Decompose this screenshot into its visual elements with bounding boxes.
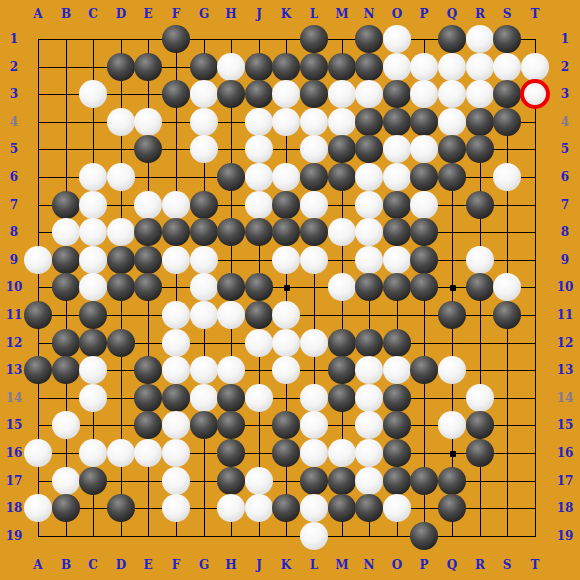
column-label-top: C xyxy=(84,7,102,21)
star-point xyxy=(450,451,456,457)
white-stone[interactable] xyxy=(52,467,80,495)
black-stone[interactable] xyxy=(410,467,438,495)
black-stone[interactable] xyxy=(134,356,162,384)
white-stone[interactable] xyxy=(466,80,494,108)
white-stone[interactable] xyxy=(190,301,218,329)
black-stone[interactable] xyxy=(217,163,245,191)
row-label-right: 14 xyxy=(552,391,578,405)
row-label-left: 17 xyxy=(1,474,27,488)
black-stone[interactable] xyxy=(466,135,494,163)
white-stone[interactable] xyxy=(272,108,300,136)
black-stone[interactable] xyxy=(52,273,80,301)
row-label-right: 10 xyxy=(552,280,578,294)
column-label-top: H xyxy=(222,7,240,21)
black-stone[interactable] xyxy=(300,80,328,108)
white-stone[interactable] xyxy=(79,191,107,219)
black-stone[interactable] xyxy=(328,356,356,384)
black-stone[interactable] xyxy=(300,218,328,246)
black-stone[interactable] xyxy=(355,494,383,522)
black-stone[interactable] xyxy=(328,329,356,357)
black-stone[interactable] xyxy=(52,329,80,357)
black-stone[interactable] xyxy=(466,411,494,439)
column-label-top: M xyxy=(333,7,351,21)
white-stone[interactable] xyxy=(355,218,383,246)
black-stone[interactable] xyxy=(245,80,273,108)
black-stone[interactable] xyxy=(383,411,411,439)
black-stone[interactable] xyxy=(466,108,494,136)
white-stone[interactable] xyxy=(466,53,494,81)
column-label-top: E xyxy=(139,7,157,21)
white-stone[interactable] xyxy=(24,494,52,522)
white-stone[interactable] xyxy=(355,80,383,108)
white-stone[interactable] xyxy=(355,191,383,219)
white-stone[interactable] xyxy=(107,439,135,467)
grid-horizontal-line xyxy=(38,536,536,537)
column-label-bottom: R xyxy=(471,558,489,572)
column-label-bottom: B xyxy=(57,558,75,572)
black-stone[interactable] xyxy=(328,384,356,412)
white-stone[interactable] xyxy=(521,53,549,81)
black-stone[interactable] xyxy=(134,53,162,81)
white-stone[interactable] xyxy=(300,191,328,219)
black-stone[interactable] xyxy=(383,80,411,108)
white-stone[interactable] xyxy=(245,494,273,522)
white-stone[interactable] xyxy=(272,246,300,274)
white-stone[interactable] xyxy=(383,25,411,53)
white-stone[interactable] xyxy=(107,218,135,246)
row-label-left: 12 xyxy=(1,336,27,350)
white-stone[interactable] xyxy=(162,467,190,495)
white-stone[interactable] xyxy=(190,108,218,136)
black-stone[interactable] xyxy=(272,494,300,522)
black-stone[interactable] xyxy=(328,135,356,163)
white-stone[interactable] xyxy=(245,163,273,191)
black-stone[interactable] xyxy=(355,135,383,163)
black-stone[interactable] xyxy=(190,411,218,439)
white-stone[interactable] xyxy=(162,356,190,384)
column-label-bottom: S xyxy=(498,558,516,572)
black-stone[interactable] xyxy=(438,494,466,522)
row-label-right: 8 xyxy=(552,225,578,239)
white-stone[interactable] xyxy=(190,80,218,108)
row-label-right: 13 xyxy=(552,363,578,377)
white-stone[interactable] xyxy=(438,108,466,136)
white-stone[interactable] xyxy=(300,494,328,522)
white-stone[interactable] xyxy=(79,163,107,191)
row-label-right: 6 xyxy=(552,170,578,184)
white-stone[interactable] xyxy=(52,411,80,439)
black-stone[interactable] xyxy=(410,273,438,301)
row-label-left: 19 xyxy=(1,529,27,543)
white-stone[interactable] xyxy=(355,384,383,412)
black-stone[interactable] xyxy=(355,108,383,136)
white-stone[interactable] xyxy=(162,494,190,522)
black-stone[interactable] xyxy=(355,25,383,53)
black-stone[interactable] xyxy=(328,53,356,81)
column-label-bottom: D xyxy=(112,558,130,572)
black-stone[interactable] xyxy=(134,411,162,439)
black-stone[interactable] xyxy=(24,356,52,384)
column-label-bottom: K xyxy=(277,558,295,572)
black-stone[interactable] xyxy=(493,80,521,108)
black-stone[interactable] xyxy=(328,467,356,495)
black-stone[interactable] xyxy=(438,163,466,191)
black-stone[interactable] xyxy=(355,329,383,357)
row-label-left: 2 xyxy=(1,60,27,74)
black-stone[interactable] xyxy=(217,411,245,439)
row-label-right: 7 xyxy=(552,198,578,212)
column-label-top: T xyxy=(526,7,544,21)
black-stone[interactable] xyxy=(410,356,438,384)
row-label-left: 1 xyxy=(1,32,27,46)
white-stone[interactable] xyxy=(107,163,135,191)
white-stone[interactable] xyxy=(190,273,218,301)
white-stone[interactable] xyxy=(245,467,273,495)
black-stone[interactable] xyxy=(24,301,52,329)
white-stone[interactable] xyxy=(300,329,328,357)
white-stone[interactable] xyxy=(410,80,438,108)
column-label-bottom: O xyxy=(388,558,406,572)
white-stone[interactable] xyxy=(79,384,107,412)
white-stone[interactable] xyxy=(162,191,190,219)
black-stone[interactable] xyxy=(272,53,300,81)
black-stone[interactable] xyxy=(493,108,521,136)
white-stone[interactable] xyxy=(438,80,466,108)
black-stone[interactable] xyxy=(355,53,383,81)
white-stone[interactable] xyxy=(79,246,107,274)
black-stone[interactable] xyxy=(162,80,190,108)
black-stone[interactable] xyxy=(383,191,411,219)
column-label-top: P xyxy=(415,7,433,21)
white-stone[interactable] xyxy=(134,108,162,136)
row-label-right: 4 xyxy=(552,115,578,129)
black-stone[interactable] xyxy=(328,163,356,191)
black-stone[interactable] xyxy=(245,53,273,81)
black-stone[interactable] xyxy=(79,329,107,357)
white-stone[interactable] xyxy=(383,494,411,522)
last-move-stone-marked[interactable] xyxy=(520,79,550,109)
white-stone[interactable] xyxy=(190,384,218,412)
black-stone[interactable] xyxy=(162,218,190,246)
black-stone[interactable] xyxy=(466,191,494,219)
black-stone[interactable] xyxy=(134,218,162,246)
white-stone[interactable] xyxy=(162,439,190,467)
white-stone[interactable] xyxy=(217,53,245,81)
black-stone[interactable] xyxy=(52,191,80,219)
black-stone[interactable] xyxy=(272,439,300,467)
black-stone[interactable] xyxy=(217,273,245,301)
white-stone[interactable] xyxy=(245,384,273,412)
column-label-top: L xyxy=(305,7,323,21)
white-stone[interactable] xyxy=(300,522,328,550)
white-stone[interactable] xyxy=(383,135,411,163)
white-stone[interactable] xyxy=(328,273,356,301)
black-stone[interactable] xyxy=(52,356,80,384)
black-stone[interactable] xyxy=(79,467,107,495)
column-label-bottom: P xyxy=(415,558,433,572)
black-stone[interactable] xyxy=(107,246,135,274)
column-label-bottom: G xyxy=(195,558,213,572)
row-label-right: 2 xyxy=(552,60,578,74)
grid-horizontal-line xyxy=(38,398,536,399)
black-stone[interactable] xyxy=(328,494,356,522)
black-stone[interactable] xyxy=(245,301,273,329)
row-label-left: 14 xyxy=(1,391,27,405)
column-label-top: N xyxy=(360,7,378,21)
black-stone[interactable] xyxy=(134,135,162,163)
black-stone[interactable] xyxy=(466,439,494,467)
column-label-bottom: C xyxy=(84,558,102,572)
white-stone[interactable] xyxy=(245,191,273,219)
row-label-left: 4 xyxy=(1,115,27,129)
white-stone[interactable] xyxy=(438,411,466,439)
column-label-top: F xyxy=(167,7,185,21)
white-stone[interactable] xyxy=(355,246,383,274)
black-stone[interactable] xyxy=(383,329,411,357)
column-label-top: O xyxy=(388,7,406,21)
white-stone[interactable] xyxy=(24,246,52,274)
white-stone[interactable] xyxy=(466,246,494,274)
black-stone[interactable] xyxy=(162,384,190,412)
white-stone[interactable] xyxy=(328,80,356,108)
black-stone[interactable] xyxy=(300,53,328,81)
column-label-bottom: M xyxy=(333,558,351,572)
row-label-left: 5 xyxy=(1,142,27,156)
row-label-right: 17 xyxy=(552,474,578,488)
black-stone[interactable] xyxy=(190,191,218,219)
row-label-right: 15 xyxy=(552,418,578,432)
black-stone[interactable] xyxy=(107,273,135,301)
white-stone[interactable] xyxy=(190,135,218,163)
white-stone[interactable] xyxy=(24,439,52,467)
black-stone[interactable] xyxy=(383,467,411,495)
white-stone[interactable] xyxy=(383,53,411,81)
white-stone[interactable] xyxy=(217,356,245,384)
white-stone[interactable] xyxy=(355,467,383,495)
black-stone[interactable] xyxy=(52,494,80,522)
column-label-top: Q xyxy=(443,7,461,21)
white-stone[interactable] xyxy=(493,273,521,301)
white-stone[interactable] xyxy=(438,356,466,384)
black-stone[interactable] xyxy=(383,218,411,246)
white-stone[interactable] xyxy=(300,246,328,274)
black-stone[interactable] xyxy=(383,439,411,467)
column-label-bottom: J xyxy=(250,558,268,572)
row-label-right: 3 xyxy=(552,87,578,101)
white-stone[interactable] xyxy=(328,218,356,246)
black-stone[interactable] xyxy=(410,163,438,191)
black-stone[interactable] xyxy=(190,53,218,81)
black-stone[interactable] xyxy=(300,467,328,495)
white-stone[interactable] xyxy=(162,329,190,357)
column-label-top: D xyxy=(112,7,130,21)
white-stone[interactable] xyxy=(217,494,245,522)
black-stone[interactable] xyxy=(300,163,328,191)
white-stone[interactable] xyxy=(383,246,411,274)
row-label-right: 18 xyxy=(552,501,578,515)
black-stone[interactable] xyxy=(438,25,466,53)
white-stone[interactable] xyxy=(245,108,273,136)
black-stone[interactable] xyxy=(107,53,135,81)
column-label-top: B xyxy=(57,7,75,21)
white-stone[interactable] xyxy=(328,439,356,467)
white-stone[interactable] xyxy=(438,53,466,81)
white-stone[interactable] xyxy=(272,301,300,329)
white-stone[interactable] xyxy=(300,384,328,412)
black-stone[interactable] xyxy=(134,273,162,301)
white-stone[interactable] xyxy=(355,411,383,439)
black-stone[interactable] xyxy=(134,384,162,412)
white-stone[interactable] xyxy=(134,191,162,219)
column-label-bottom: N xyxy=(360,558,378,572)
black-stone[interactable] xyxy=(383,384,411,412)
white-stone[interactable] xyxy=(217,301,245,329)
black-stone[interactable] xyxy=(245,218,273,246)
black-stone[interactable] xyxy=(217,80,245,108)
column-label-top: G xyxy=(195,7,213,21)
white-stone[interactable] xyxy=(245,329,273,357)
white-stone[interactable] xyxy=(383,356,411,384)
column-label-top: S xyxy=(498,7,516,21)
black-stone[interactable] xyxy=(410,522,438,550)
row-label-left: 6 xyxy=(1,170,27,184)
white-stone[interactable] xyxy=(466,25,494,53)
white-stone[interactable] xyxy=(300,135,328,163)
black-stone[interactable] xyxy=(217,384,245,412)
black-stone[interactable] xyxy=(383,273,411,301)
white-stone[interactable] xyxy=(52,218,80,246)
column-label-bottom: A xyxy=(29,558,47,572)
column-label-bottom: F xyxy=(167,558,185,572)
white-stone[interactable] xyxy=(355,356,383,384)
white-stone[interactable] xyxy=(79,273,107,301)
row-label-right: 9 xyxy=(552,253,578,267)
column-label-bottom: H xyxy=(222,558,240,572)
white-stone[interactable] xyxy=(328,108,356,136)
white-stone[interactable] xyxy=(162,246,190,274)
row-label-right: 16 xyxy=(552,446,578,460)
black-stone[interactable] xyxy=(162,25,190,53)
star-point xyxy=(450,285,456,291)
row-label-right: 12 xyxy=(552,336,578,350)
black-stone[interactable] xyxy=(190,218,218,246)
black-stone[interactable] xyxy=(134,246,162,274)
white-stone[interactable] xyxy=(410,53,438,81)
white-stone[interactable] xyxy=(190,356,218,384)
row-label-left: 7 xyxy=(1,198,27,212)
white-stone[interactable] xyxy=(79,356,107,384)
black-stone[interactable] xyxy=(272,411,300,439)
white-stone[interactable] xyxy=(300,411,328,439)
column-label-bottom: Q xyxy=(443,558,461,572)
black-stone[interactable] xyxy=(217,467,245,495)
white-stone[interactable] xyxy=(272,80,300,108)
white-stone[interactable] xyxy=(493,53,521,81)
black-stone[interactable] xyxy=(355,273,383,301)
column-label-top: A xyxy=(29,7,47,21)
white-stone[interactable] xyxy=(410,191,438,219)
column-label-bottom: E xyxy=(139,558,157,572)
row-label-left: 3 xyxy=(1,87,27,101)
black-stone[interactable] xyxy=(107,494,135,522)
black-stone[interactable] xyxy=(217,439,245,467)
white-stone[interactable] xyxy=(383,163,411,191)
white-stone[interactable] xyxy=(272,329,300,357)
row-label-right: 19 xyxy=(552,529,578,543)
black-stone[interactable] xyxy=(466,273,494,301)
row-label-right: 5 xyxy=(552,142,578,156)
white-stone[interactable] xyxy=(410,135,438,163)
star-point xyxy=(284,285,290,291)
white-stone[interactable] xyxy=(300,439,328,467)
black-stone[interactable] xyxy=(438,301,466,329)
white-stone[interactable] xyxy=(355,439,383,467)
white-stone[interactable] xyxy=(272,356,300,384)
black-stone[interactable] xyxy=(52,246,80,274)
white-stone[interactable] xyxy=(162,301,190,329)
row-label-right: 1 xyxy=(552,32,578,46)
white-stone[interactable] xyxy=(272,163,300,191)
white-stone[interactable] xyxy=(79,80,107,108)
black-stone[interactable] xyxy=(383,108,411,136)
black-stone[interactable] xyxy=(272,218,300,246)
row-label-left: 8 xyxy=(1,225,27,239)
black-stone[interactable] xyxy=(410,246,438,274)
column-label-top: J xyxy=(250,7,268,21)
white-stone[interactable] xyxy=(493,163,521,191)
black-stone[interactable] xyxy=(107,329,135,357)
black-stone[interactable] xyxy=(410,218,438,246)
black-stone[interactable] xyxy=(79,301,107,329)
column-label-bottom: L xyxy=(305,558,323,572)
black-stone[interactable] xyxy=(438,135,466,163)
row-label-left: 15 xyxy=(1,418,27,432)
row-label-right: 11 xyxy=(552,308,578,322)
white-stone[interactable] xyxy=(107,108,135,136)
white-stone[interactable] xyxy=(355,163,383,191)
white-stone[interactable] xyxy=(190,246,218,274)
white-stone[interactable] xyxy=(79,218,107,246)
white-stone[interactable] xyxy=(300,108,328,136)
grid-vertical-line xyxy=(535,39,536,537)
column-label-top: K xyxy=(277,7,295,21)
column-label-bottom: T xyxy=(526,558,544,572)
white-stone[interactable] xyxy=(134,439,162,467)
black-stone[interactable] xyxy=(300,25,328,53)
black-stone[interactable] xyxy=(245,273,273,301)
black-stone[interactable] xyxy=(410,108,438,136)
black-stone[interactable] xyxy=(272,191,300,219)
white-stone[interactable] xyxy=(162,411,190,439)
black-stone[interactable] xyxy=(217,218,245,246)
black-stone[interactable] xyxy=(493,25,521,53)
column-label-top: R xyxy=(471,7,489,21)
white-stone[interactable] xyxy=(466,384,494,412)
black-stone[interactable] xyxy=(438,467,466,495)
white-stone[interactable] xyxy=(245,135,273,163)
white-stone[interactable] xyxy=(79,439,107,467)
black-stone[interactable] xyxy=(493,301,521,329)
row-label-left: 10 xyxy=(1,280,27,294)
go-board[interactable]: AABBCCDDEEFFGGHHJJKKLLMMNNOOPPQQRRSSTT11… xyxy=(0,0,580,580)
